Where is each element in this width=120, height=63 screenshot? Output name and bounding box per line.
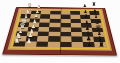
board-square [71,42,83,47]
board-margin [7,8,112,50]
board-square [48,41,60,46]
board-grid [13,11,106,48]
chess-board [2,7,117,55]
board-square [25,41,37,46]
board-square [36,41,48,46]
board-border-stripe [10,9,110,49]
board-square [94,42,107,47]
board-square [60,42,72,47]
board-square [82,42,94,47]
chess-set-photo: ♜♞♝♛♚♝♞♜♟♟♟♟♟♟♟♟♟♟♟♟♟♟♟♟♜♞♝♛♚♝♞♜ [0,0,120,63]
